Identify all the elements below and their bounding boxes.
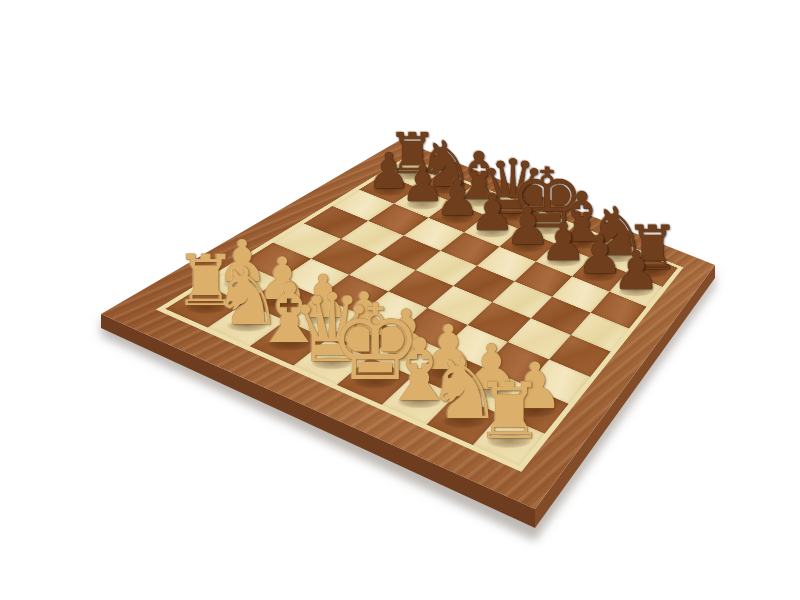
chess-set-photo: ♜♞♝♛♚♝♞♜♟♟♟♟♟♟♟♟♟♟♟♟♟♟♟♟♜♞♝♛♚♝♞♜ xyxy=(0,0,800,600)
piece-black-pawn-h7[interactable]: ♟ xyxy=(612,244,660,297)
piece-white-rook-h1[interactable]: ♜ xyxy=(475,373,545,451)
